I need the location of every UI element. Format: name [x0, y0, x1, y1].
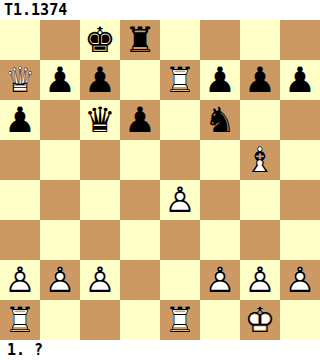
square-c1[interactable] — [80, 300, 120, 340]
square-f2[interactable]: ♟♙ — [200, 260, 240, 300]
square-d6[interactable]: ♟ — [120, 100, 160, 140]
white-piece-outline: ♖ — [160, 60, 200, 100]
square-f4[interactable] — [200, 180, 240, 220]
white-piece-outline: ♙ — [240, 260, 280, 300]
square-b8[interactable] — [40, 20, 80, 60]
black-piece-glyph: ♚ — [80, 20, 120, 60]
white-rook-piece: ♜♖ — [160, 60, 200, 100]
square-g3[interactable] — [240, 220, 280, 260]
square-c6[interactable]: ♛ — [80, 100, 120, 140]
white-piece-outline: ♙ — [80, 260, 120, 300]
square-f7[interactable]: ♟ — [200, 60, 240, 100]
square-g7[interactable]: ♟ — [240, 60, 280, 100]
square-d1[interactable] — [120, 300, 160, 340]
square-f8[interactable] — [200, 20, 240, 60]
white-piece-outline: ♙ — [40, 260, 80, 300]
square-h6[interactable] — [280, 100, 320, 140]
black-queen-piece: ♛ — [80, 100, 120, 140]
black-king-piece: ♚ — [80, 20, 120, 60]
white-king-piece: ♚♔ — [240, 300, 280, 340]
square-b4[interactable] — [40, 180, 80, 220]
square-a6[interactable]: ♟ — [0, 100, 40, 140]
black-piece-glyph: ♟ — [0, 100, 40, 140]
square-g2[interactable]: ♟♙ — [240, 260, 280, 300]
square-a1[interactable]: ♜♖ — [0, 300, 40, 340]
square-d2[interactable] — [120, 260, 160, 300]
square-e7[interactable]: ♜♖ — [160, 60, 200, 100]
square-e6[interactable] — [160, 100, 200, 140]
square-a2[interactable]: ♟♙ — [0, 260, 40, 300]
black-pawn-piece: ♟ — [200, 60, 240, 100]
square-a5[interactable] — [0, 140, 40, 180]
square-f3[interactable] — [200, 220, 240, 260]
square-e5[interactable] — [160, 140, 200, 180]
black-piece-glyph: ♛ — [80, 100, 120, 140]
black-piece-glyph: ♞ — [200, 100, 240, 140]
square-b3[interactable] — [40, 220, 80, 260]
white-pawn-piece: ♟♙ — [80, 260, 120, 300]
white-rook-piece: ♜♖ — [0, 300, 40, 340]
square-d8[interactable]: ♜ — [120, 20, 160, 60]
white-piece-outline: ♖ — [0, 300, 40, 340]
chess-board: ♚♜♛♕♟♟♜♖♟♟♟♟♛♟♞♝♗♟♙♟♙♟♙♟♙♟♙♟♙♟♙♜♖♜♖♚♔ — [0, 20, 320, 340]
square-a8[interactable] — [0, 20, 40, 60]
square-g4[interactable] — [240, 180, 280, 220]
black-pawn-piece: ♟ — [0, 100, 40, 140]
black-piece-glyph: ♟ — [200, 60, 240, 100]
white-pawn-piece: ♟♙ — [0, 260, 40, 300]
black-piece-glyph: ♟ — [80, 60, 120, 100]
square-c8[interactable]: ♚ — [80, 20, 120, 60]
square-f1[interactable] — [200, 300, 240, 340]
black-pawn-piece: ♟ — [80, 60, 120, 100]
white-pawn-piece: ♟♙ — [200, 260, 240, 300]
square-h5[interactable] — [280, 140, 320, 180]
square-b1[interactable] — [40, 300, 80, 340]
black-piece-glyph: ♜ — [120, 20, 160, 60]
white-pawn-piece: ♟♙ — [280, 260, 320, 300]
move-prompt: 1. ? — [7, 341, 43, 359]
square-e8[interactable] — [160, 20, 200, 60]
square-h2[interactable]: ♟♙ — [280, 260, 320, 300]
white-piece-outline: ♙ — [160, 180, 200, 220]
square-c3[interactable] — [80, 220, 120, 260]
square-d5[interactable] — [120, 140, 160, 180]
black-pawn-piece: ♟ — [240, 60, 280, 100]
square-e3[interactable] — [160, 220, 200, 260]
black-piece-glyph: ♟ — [240, 60, 280, 100]
white-piece-outline: ♙ — [280, 260, 320, 300]
puzzle-id: T1.1374 — [4, 1, 67, 19]
square-a4[interactable] — [0, 180, 40, 220]
square-c2[interactable]: ♟♙ — [80, 260, 120, 300]
square-h1[interactable] — [280, 300, 320, 340]
white-piece-outline: ♖ — [160, 300, 200, 340]
black-rook-piece: ♜ — [120, 20, 160, 60]
white-pawn-piece: ♟♙ — [40, 260, 80, 300]
square-d7[interactable] — [120, 60, 160, 100]
square-b2[interactable]: ♟♙ — [40, 260, 80, 300]
square-d3[interactable] — [120, 220, 160, 260]
square-h3[interactable] — [280, 220, 320, 260]
square-h8[interactable] — [280, 20, 320, 60]
white-bishop-piece: ♝♗ — [240, 140, 280, 180]
white-piece-outline: ♕ — [0, 60, 40, 100]
square-a3[interactable] — [0, 220, 40, 260]
square-g8[interactable] — [240, 20, 280, 60]
square-g6[interactable] — [240, 100, 280, 140]
black-piece-glyph: ♟ — [120, 100, 160, 140]
black-piece-glyph: ♟ — [280, 60, 320, 100]
square-h4[interactable] — [280, 180, 320, 220]
square-e1[interactable]: ♜♖ — [160, 300, 200, 340]
square-a7[interactable]: ♛♕ — [0, 60, 40, 100]
square-b5[interactable] — [40, 140, 80, 180]
square-h7[interactable]: ♟ — [280, 60, 320, 100]
white-piece-outline: ♙ — [200, 260, 240, 300]
black-pawn-piece: ♟ — [40, 60, 80, 100]
white-pawn-piece: ♟♙ — [240, 260, 280, 300]
square-g5[interactable]: ♝♗ — [240, 140, 280, 180]
square-f5[interactable] — [200, 140, 240, 180]
white-queen-piece: ♛♕ — [0, 60, 40, 100]
black-pawn-piece: ♟ — [120, 100, 160, 140]
white-rook-piece: ♜♖ — [160, 300, 200, 340]
white-piece-outline: ♗ — [240, 140, 280, 180]
square-c5[interactable] — [80, 140, 120, 180]
square-e4[interactable]: ♟♙ — [160, 180, 200, 220]
square-b7[interactable]: ♟ — [40, 60, 80, 100]
square-c4[interactable] — [80, 180, 120, 220]
black-knight-piece: ♞ — [200, 100, 240, 140]
square-e2[interactable] — [160, 260, 200, 300]
white-pawn-piece: ♟♙ — [160, 180, 200, 220]
square-c7[interactable]: ♟ — [80, 60, 120, 100]
square-f6[interactable]: ♞ — [200, 100, 240, 140]
square-g1[interactable]: ♚♔ — [240, 300, 280, 340]
black-pawn-piece: ♟ — [280, 60, 320, 100]
white-piece-outline: ♙ — [0, 260, 40, 300]
black-piece-glyph: ♟ — [40, 60, 80, 100]
white-piece-outline: ♔ — [240, 300, 280, 340]
square-d4[interactable] — [120, 180, 160, 220]
square-b6[interactable] — [40, 100, 80, 140]
